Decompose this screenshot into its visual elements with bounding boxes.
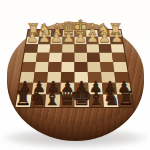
piece-light-pawn[interactable]: ♟ (87, 31, 99, 45)
piece-light-pawn[interactable]: ♟ (50, 31, 62, 45)
piece-dark-rook[interactable]: ♜ (117, 89, 134, 108)
piece-light-pawn[interactable]: ♟ (26, 31, 38, 45)
piece-light-pawn[interactable]: ♟ (74, 31, 86, 45)
piece-light-pawn[interactable]: ♟ (38, 31, 50, 45)
piece-light-pawn[interactable]: ♟ (99, 31, 111, 45)
piece-light-pawn[interactable]: ♟ (62, 31, 74, 45)
chess-set-photo: ♜♞♝♛♚♝♞♜♟♟♟♟♟♟♟♟♟♟♟♟♟♟♟♟♜♞♝♛♚♝♞♜ (0, 0, 150, 150)
chess-pieces: ♜♞♝♛♚♝♞♜♟♟♟♟♟♟♟♟♟♟♟♟♟♟♟♟♜♞♝♛♚♝♞♜ (0, 0, 150, 150)
piece-light-pawn[interactable]: ♟ (111, 31, 123, 45)
